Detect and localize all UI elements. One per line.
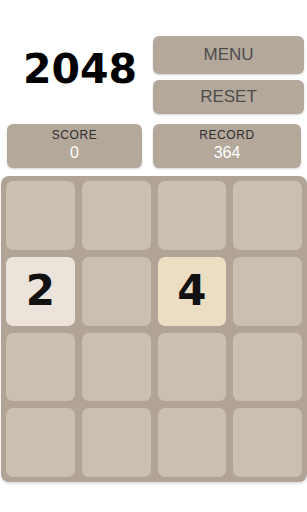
app-title: 2048 (23, 49, 137, 90)
empty-cell-r2c1 (82, 333, 151, 402)
empty-cell-r2c3 (233, 333, 302, 402)
empty-cell-r1c3 (233, 257, 302, 326)
empty-cell-r1c1 (82, 257, 151, 326)
tile-4: 4 (158, 257, 227, 326)
score-panel: SCORE 0 (7, 124, 142, 168)
empty-cell-r0c3 (233, 181, 302, 250)
reset-button[interactable]: RESET (153, 80, 304, 114)
tile-2: 2 (6, 257, 75, 326)
menu-button[interactable]: MENU (153, 36, 304, 74)
empty-cell-r2c0 (6, 333, 75, 402)
score-label: SCORE (52, 129, 98, 142)
empty-cell-r3c1 (82, 408, 151, 477)
empty-cell-r3c2 (158, 408, 227, 477)
empty-cell-r2c2 (158, 333, 227, 402)
empty-cell-r3c0 (6, 408, 75, 477)
score-value: 0 (70, 144, 79, 162)
empty-cell-r0c1 (82, 181, 151, 250)
empty-cell-r0c2 (158, 181, 227, 250)
record-value: 364 (214, 144, 241, 162)
record-label: RECORD (199, 129, 255, 142)
record-panel: RECORD 364 (153, 124, 301, 168)
empty-cell-r3c3 (233, 408, 302, 477)
game-board[interactable]: 24 (1, 176, 307, 482)
empty-cell-r0c0 (6, 181, 75, 250)
